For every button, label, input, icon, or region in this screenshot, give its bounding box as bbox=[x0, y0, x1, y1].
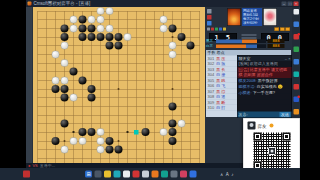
white-stone bbox=[159, 24, 167, 32]
black-stone bbox=[168, 24, 176, 32]
bar-segment bbox=[216, 44, 246, 48]
chat-messages: [系统] 欢迎进入直播间[公告] 比赛直播中 请文明观棋 勿刷屏 谢谢合作棋友2… bbox=[238, 61, 292, 96]
edge-icon[interactable] bbox=[114, 171, 121, 178]
shop-icon[interactable] bbox=[293, 47, 299, 53]
black-bar-digits: 888 bbox=[268, 39, 285, 43]
profile-icon[interactable] bbox=[293, 9, 299, 15]
grid-line bbox=[37, 11, 200, 12]
taskbar-icons: ⊞ bbox=[85, 171, 197, 178]
white-stone bbox=[60, 59, 68, 67]
black-stone bbox=[69, 68, 77, 76]
black-stone bbox=[168, 137, 176, 145]
notification-badge bbox=[297, 33, 300, 36]
capture-pip-icon bbox=[211, 28, 214, 31]
player-mini-icon bbox=[207, 21, 212, 26]
star-point bbox=[117, 140, 119, 142]
friends-icon[interactable] bbox=[293, 22, 299, 28]
qr-finder-icon bbox=[254, 133, 262, 141]
white-stone bbox=[177, 120, 185, 128]
black-stone bbox=[87, 128, 95, 136]
coin-icon bbox=[275, 27, 280, 31]
black-stone bbox=[87, 33, 95, 41]
black-stone bbox=[78, 76, 86, 84]
white-stone bbox=[60, 42, 68, 50]
chat-input-label: 发言: bbox=[239, 112, 248, 118]
black-progress-row: 黑方 888 bbox=[206, 39, 291, 43]
coin-icon bbox=[286, 27, 291, 31]
star-point bbox=[63, 140, 65, 142]
white-stone bbox=[159, 128, 167, 136]
qr-user-name: 弈友 bbox=[258, 123, 267, 130]
maximize-button[interactable]: □ bbox=[288, 1, 293, 6]
tray-icon[interactable]: ∧ bbox=[220, 172, 223, 177]
black-stone bbox=[141, 128, 149, 136]
grid-line bbox=[37, 72, 200, 73]
coin-icons bbox=[275, 27, 291, 31]
white-stone bbox=[159, 16, 167, 24]
app-teal-icon[interactable] bbox=[161, 171, 168, 178]
white-stone bbox=[51, 50, 59, 58]
last-move-marker bbox=[134, 130, 139, 135]
white-stone bbox=[69, 24, 77, 32]
black-stone bbox=[60, 85, 68, 93]
black-progress-bar bbox=[216, 39, 266, 43]
app-red-icon[interactable] bbox=[133, 171, 140, 178]
message-icon[interactable] bbox=[293, 59, 299, 65]
chat-overlay: 聊天室 – × [系统] 欢迎进入直播间[公告] 比赛直播中 请文明观棋 勿刷屏… bbox=[237, 55, 292, 118]
white-stone bbox=[96, 7, 104, 15]
game-rules-box: 网络直播黑贴6.5目每方2小时读秒60秒 bbox=[242, 8, 262, 26]
close-button[interactable]: × bbox=[294, 1, 299, 6]
star-point bbox=[117, 88, 119, 90]
black-stone bbox=[78, 128, 86, 136]
app-gray-icon[interactable] bbox=[171, 171, 178, 178]
desktop: Cmsoft围棋对弈平台 - [直播] – □ × ● VS 直播中... 网络… bbox=[0, 0, 320, 180]
black-stone bbox=[60, 33, 68, 41]
qr-code bbox=[254, 133, 291, 170]
grid-line bbox=[37, 115, 200, 116]
app-light-icon[interactable] bbox=[142, 171, 149, 178]
qr-user-badge-icon bbox=[270, 124, 274, 128]
coin-icon bbox=[280, 27, 285, 31]
folder-icon[interactable] bbox=[104, 171, 111, 178]
start-icon[interactable]: ⊞ bbox=[85, 171, 92, 178]
rank-icon[interactable] bbox=[293, 97, 299, 103]
chat-input-bar[interactable]: 发言: 发送 bbox=[238, 112, 292, 118]
move-marker-dot bbox=[72, 131, 74, 133]
black-stone bbox=[87, 24, 95, 32]
white-stone bbox=[96, 24, 104, 32]
white-stone bbox=[69, 137, 77, 145]
white-progress-bar bbox=[216, 44, 266, 48]
screenshot-root: Cmsoft围棋对弈平台 - [直播] – □ × ● VS 直播中... 网络… bbox=[0, 0, 320, 180]
left-edge-strip bbox=[26, 7, 33, 163]
app-orange-icon[interactable] bbox=[152, 171, 159, 178]
capture-pip-icon bbox=[219, 28, 222, 31]
grid-line bbox=[37, 20, 200, 21]
player-mini-icons bbox=[207, 9, 212, 26]
taskbar-weather-icon[interactable] bbox=[23, 171, 30, 178]
move-marker-dot bbox=[126, 131, 128, 133]
white-player-avatar[interactable] bbox=[263, 8, 277, 26]
bar-segment bbox=[246, 44, 257, 48]
white-bar-digits: 888 bbox=[268, 44, 285, 48]
white-stone bbox=[87, 16, 95, 24]
search-icon[interactable] bbox=[95, 171, 102, 178]
app-blue-icon[interactable] bbox=[190, 171, 197, 178]
capture-pip-icon bbox=[215, 28, 218, 31]
white-bar-label: 白方 bbox=[206, 44, 216, 49]
grid-line bbox=[37, 158, 200, 159]
gift-icon[interactable] bbox=[293, 34, 299, 40]
chat-message: [公告] 比赛直播中 请文明观棋 勿刷屏 谢谢合作 bbox=[238, 67, 292, 78]
white-stone bbox=[96, 137, 104, 145]
chat-title: 聊天室 bbox=[239, 56, 251, 62]
system-tray[interactable]: ∧A♪ bbox=[220, 172, 234, 177]
chat-message: 小棋迷: 下一手在哪? bbox=[238, 90, 292, 96]
black-stone bbox=[114, 33, 122, 41]
white-stone bbox=[96, 146, 104, 154]
title-bar[interactable]: Cmsoft围棋对弈平台 - [直播] – □ × bbox=[26, 0, 300, 7]
white-stone bbox=[51, 76, 59, 84]
capture-pips bbox=[207, 28, 227, 31]
bar-segment bbox=[257, 39, 266, 43]
capture-pip-icon bbox=[207, 28, 210, 31]
white-stone bbox=[60, 146, 68, 154]
tray-icon[interactable]: ♪ bbox=[231, 172, 233, 177]
black-stone bbox=[168, 128, 176, 136]
white-stone bbox=[105, 24, 113, 32]
player-mini-icon bbox=[207, 15, 212, 20]
white-stone bbox=[96, 128, 104, 136]
event-icon[interactable] bbox=[293, 84, 299, 90]
white-stone bbox=[69, 16, 77, 24]
black-stone bbox=[87, 85, 95, 93]
window-controls: – □ × bbox=[282, 1, 299, 6]
black-stone bbox=[168, 120, 176, 128]
black-stone bbox=[114, 42, 122, 50]
capture-strip bbox=[207, 27, 290, 31]
black-stone bbox=[105, 42, 113, 50]
black-stone bbox=[51, 137, 59, 145]
black-stone bbox=[87, 94, 95, 102]
white-stone bbox=[168, 50, 176, 58]
coin-icon[interactable] bbox=[293, 109, 299, 115]
taskbar[interactable]: ⊞ ∧A♪ bbox=[0, 168, 300, 180]
black-stone bbox=[60, 120, 68, 128]
black-stone bbox=[78, 16, 86, 24]
chat-header-icons[interactable]: – × bbox=[285, 56, 291, 61]
black-stone bbox=[177, 33, 185, 41]
black-stone bbox=[60, 24, 68, 32]
qr-finder-icon bbox=[283, 133, 291, 141]
white-stone bbox=[123, 33, 131, 41]
tray-icon[interactable]: A bbox=[226, 172, 229, 177]
black-stone bbox=[78, 33, 86, 41]
qr-user-avatar bbox=[248, 122, 256, 130]
black-stone bbox=[105, 137, 113, 145]
app-pink-icon[interactable] bbox=[180, 171, 187, 178]
black-stone bbox=[96, 33, 104, 41]
go-board[interactable] bbox=[33, 7, 205, 163]
bar-segment bbox=[257, 44, 266, 48]
bar-segment bbox=[242, 39, 257, 43]
white-stone bbox=[105, 7, 113, 15]
black-stone bbox=[51, 85, 59, 93]
capture-pip-icon bbox=[223, 28, 226, 31]
qr-share-popup: 弈友 bbox=[243, 118, 300, 172]
black-stone bbox=[105, 146, 113, 154]
white-progress-row: 白方 888 bbox=[206, 44, 291, 48]
black-stone bbox=[186, 42, 194, 50]
window-title: Cmsoft围棋对弈平台 - [直播] bbox=[34, 0, 91, 7]
app-logo-icon bbox=[28, 2, 32, 6]
white-stone bbox=[60, 76, 68, 84]
minimize-button[interactable]: – bbox=[282, 1, 287, 6]
player-mini-icon bbox=[207, 9, 212, 14]
black-stone bbox=[114, 146, 122, 154]
bar-segment bbox=[216, 39, 242, 43]
black-stone bbox=[168, 102, 176, 110]
black-stone bbox=[60, 94, 68, 102]
star-point bbox=[171, 88, 173, 90]
black-stone bbox=[78, 24, 86, 32]
star-point bbox=[171, 36, 173, 38]
record-icon[interactable] bbox=[293, 72, 299, 78]
white-stone bbox=[69, 94, 77, 102]
notification-badge bbox=[297, 96, 300, 99]
white-stone bbox=[96, 16, 104, 24]
send-button[interactable]: 发送 bbox=[280, 112, 291, 117]
black-stone bbox=[105, 33, 113, 41]
black-player-avatar[interactable] bbox=[227, 8, 241, 26]
white-stone bbox=[168, 42, 176, 50]
app-white-icon[interactable] bbox=[123, 171, 130, 178]
rules-line: 读秒60秒 bbox=[243, 21, 261, 25]
qr-center-logo-icon bbox=[268, 147, 276, 155]
white-stone bbox=[78, 137, 86, 145]
